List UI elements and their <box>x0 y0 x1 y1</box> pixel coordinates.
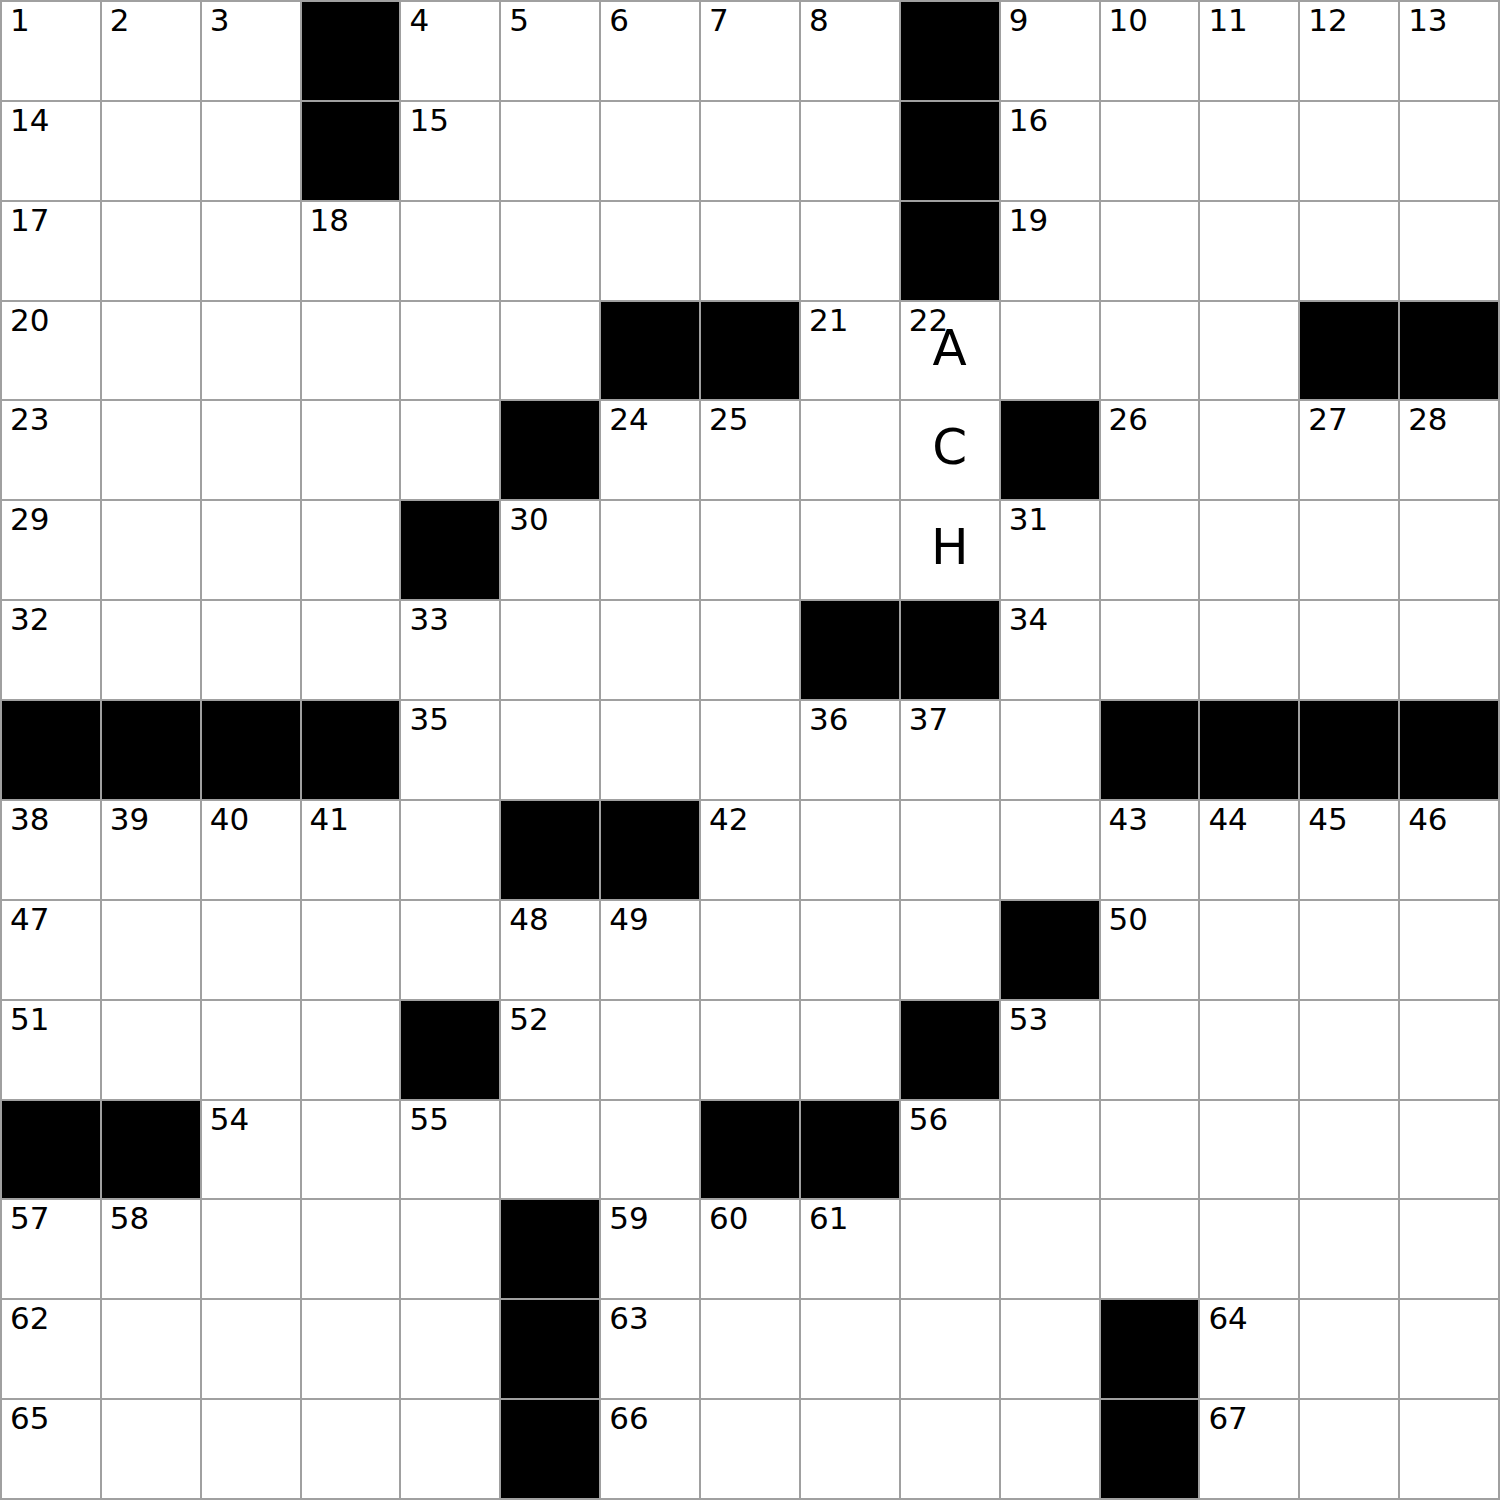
cell-r15c7[interactable]: 66 <box>601 1400 699 1498</box>
cell-r1c5[interactable]: 4 <box>401 2 499 100</box>
cell-r12c11[interactable] <box>1001 1101 1099 1199</box>
cell-r4c9[interactable]: 21 <box>801 302 899 400</box>
entered-letter: A <box>901 299 999 397</box>
cell-r9c11[interactable] <box>1001 801 1099 899</box>
clue-number: 59 <box>609 1201 648 1237</box>
cell-r9c10[interactable] <box>901 801 999 899</box>
clue-number: 51 <box>10 1002 49 1038</box>
clue-number: 13 <box>1408 3 1447 39</box>
cell-r6c2[interactable] <box>102 501 200 599</box>
cell-r15c8[interactable] <box>701 1400 799 1498</box>
cell-r11c8[interactable] <box>701 1001 799 1099</box>
cell-r12c5[interactable]: 55 <box>401 1101 499 1199</box>
clue-number: 45 <box>1308 802 1347 838</box>
cell-r2c15[interactable] <box>1400 102 1498 200</box>
cell-r13c12[interactable] <box>1101 1200 1199 1298</box>
clue-number: 49 <box>609 902 648 938</box>
block-cell-r8c13 <box>1200 701 1298 799</box>
clue-number: 27 <box>1308 402 1347 438</box>
clue-number: 19 <box>1009 203 1048 239</box>
cell-r13c1[interactable]: 57 <box>2 1200 100 1298</box>
cell-r7c3[interactable] <box>202 601 300 699</box>
cell-r5c3[interactable] <box>202 401 300 499</box>
cell-r14c2[interactable] <box>102 1300 200 1398</box>
cell-r6c4[interactable] <box>302 501 400 599</box>
cell-r2c6[interactable] <box>501 102 599 200</box>
cell-r8c7[interactable] <box>601 701 699 799</box>
cell-r1c7[interactable]: 6 <box>601 2 699 100</box>
cell-r12c4[interactable] <box>302 1101 400 1199</box>
cell-r5c15[interactable]: 28 <box>1400 401 1498 499</box>
cell-r5c12[interactable]: 26 <box>1101 401 1199 499</box>
cell-r6c11[interactable]: 31 <box>1001 501 1099 599</box>
cell-r1c15[interactable]: 13 <box>1400 2 1498 100</box>
cell-r13c11[interactable] <box>1001 1200 1099 1298</box>
clue-number: 23 <box>10 402 49 438</box>
block-cell-r5c6 <box>501 401 599 499</box>
clue-number: 3 <box>210 3 230 39</box>
clue-number: 14 <box>10 103 49 139</box>
cell-r15c15[interactable] <box>1400 1400 1498 1498</box>
clue-number: 61 <box>809 1201 848 1237</box>
block-cell-r15c12 <box>1101 1400 1199 1498</box>
cell-r14c11[interactable] <box>1001 1300 1099 1398</box>
cell-r4c11[interactable] <box>1001 302 1099 400</box>
cell-r10c14[interactable] <box>1300 901 1398 999</box>
block-cell-r6c5 <box>401 501 499 599</box>
cell-r4c1[interactable]: 20 <box>2 302 100 400</box>
clue-number: 66 <box>609 1401 648 1437</box>
cell-r13c8[interactable]: 60 <box>701 1200 799 1298</box>
block-cell-r4c8 <box>701 302 799 400</box>
cell-r6c6[interactable]: 30 <box>501 501 599 599</box>
clue-number: 42 <box>709 802 748 838</box>
cell-r3c7[interactable] <box>601 202 699 300</box>
block-cell-r4c14 <box>1300 302 1398 400</box>
cell-r3c12[interactable] <box>1101 202 1199 300</box>
cell-r3c13[interactable] <box>1200 202 1298 300</box>
block-cell-r8c4 <box>302 701 400 799</box>
clue-number: 50 <box>1109 902 1148 938</box>
cell-r12c3[interactable]: 54 <box>202 1101 300 1199</box>
cell-r14c9[interactable] <box>801 1300 899 1398</box>
clue-number: 65 <box>10 1401 49 1437</box>
block-cell-r4c15 <box>1400 302 1498 400</box>
cell-r10c15[interactable] <box>1400 901 1498 999</box>
cell-r3c3[interactable] <box>202 202 300 300</box>
clue-number: 16 <box>1009 103 1048 139</box>
cell-r11c9[interactable] <box>801 1001 899 1099</box>
cell-r12c13[interactable] <box>1200 1101 1298 1199</box>
cell-r4c5[interactable] <box>401 302 499 400</box>
cell-r10c5[interactable] <box>401 901 499 999</box>
cell-r3c9[interactable] <box>801 202 899 300</box>
clue-number: 34 <box>1009 602 1048 638</box>
crossword-grid: 12345678910111213141516171819202122A2324… <box>0 0 1500 1500</box>
clue-number: 25 <box>709 402 748 438</box>
block-cell-r8c12 <box>1101 701 1199 799</box>
block-cell-r12c1 <box>2 1101 100 1199</box>
cell-r11c1[interactable]: 51 <box>2 1001 100 1099</box>
cell-r9c9[interactable] <box>801 801 899 899</box>
clue-number: 35 <box>409 702 448 738</box>
block-cell-r11c10 <box>901 1001 999 1099</box>
cell-r7c15[interactable] <box>1400 601 1498 699</box>
block-cell-r8c2 <box>102 701 200 799</box>
clue-number: 48 <box>509 902 548 938</box>
cell-r11c7[interactable] <box>601 1001 699 1099</box>
clue-number: 56 <box>909 1102 948 1138</box>
cell-r2c1[interactable]: 14 <box>2 102 100 200</box>
cell-r3c14[interactable] <box>1300 202 1398 300</box>
cell-r3c1[interactable]: 17 <box>2 202 100 300</box>
block-cell-r1c4 <box>302 2 400 100</box>
cell-r2c3[interactable] <box>202 102 300 200</box>
cell-r6c12[interactable] <box>1101 501 1199 599</box>
cell-r14c4[interactable] <box>302 1300 400 1398</box>
cell-r1c12[interactable]: 10 <box>1101 2 1199 100</box>
cell-r12c10[interactable]: 56 <box>901 1101 999 1199</box>
entered-letter: H <box>901 498 999 596</box>
cell-r11c11[interactable]: 53 <box>1001 1001 1099 1099</box>
cell-r1c2[interactable]: 2 <box>102 2 200 100</box>
cell-r7c8[interactable] <box>701 601 799 699</box>
cell-r1c1[interactable]: 1 <box>2 2 100 100</box>
cell-r8c9[interactable]: 36 <box>801 701 899 799</box>
cell-r7c1[interactable]: 32 <box>2 601 100 699</box>
cell-r8c6[interactable] <box>501 701 599 799</box>
cell-r4c10[interactable]: 22A <box>901 302 999 400</box>
cell-r9c3[interactable]: 40 <box>202 801 300 899</box>
clue-number: 67 <box>1208 1401 1247 1437</box>
cell-r6c1[interactable]: 29 <box>2 501 100 599</box>
cell-r9c14[interactable]: 45 <box>1300 801 1398 899</box>
clue-number: 54 <box>210 1102 249 1138</box>
cell-r1c3[interactable]: 3 <box>202 2 300 100</box>
cell-r13c10[interactable] <box>901 1200 999 1298</box>
cell-r13c14[interactable] <box>1300 1200 1398 1298</box>
cell-r5c4[interactable] <box>302 401 400 499</box>
cell-r13c13[interactable] <box>1200 1200 1298 1298</box>
clue-number: 32 <box>10 602 49 638</box>
cell-r13c15[interactable] <box>1400 1200 1498 1298</box>
clue-number: 64 <box>1208 1301 1247 1337</box>
clue-number: 10 <box>1109 3 1148 39</box>
cell-r7c7[interactable] <box>601 601 699 699</box>
clue-number: 31 <box>1009 502 1048 538</box>
cell-r13c9[interactable]: 61 <box>801 1200 899 1298</box>
cell-r1c14[interactable]: 12 <box>1300 2 1398 100</box>
clue-number: 28 <box>1408 402 1447 438</box>
cell-r10c10[interactable] <box>901 901 999 999</box>
clue-number: 60 <box>709 1201 748 1237</box>
cell-r1c8[interactable]: 7 <box>701 2 799 100</box>
cell-r13c5[interactable] <box>401 1200 499 1298</box>
cell-r5c10[interactable]: C <box>901 401 999 499</box>
cell-r15c13[interactable]: 67 <box>1200 1400 1298 1498</box>
cell-r10c13[interactable] <box>1200 901 1298 999</box>
cell-r5c8[interactable]: 25 <box>701 401 799 499</box>
cell-r4c3[interactable] <box>202 302 300 400</box>
cell-r5c14[interactable]: 27 <box>1300 401 1398 499</box>
clue-number: 11 <box>1208 3 1247 39</box>
cell-r9c1[interactable]: 38 <box>2 801 100 899</box>
cell-r8c8[interactable] <box>701 701 799 799</box>
clue-number: 29 <box>10 502 49 538</box>
block-cell-r7c10 <box>901 601 999 699</box>
block-cell-r4c7 <box>601 302 699 400</box>
cell-r6c3[interactable] <box>202 501 300 599</box>
clue-number: 20 <box>10 303 49 339</box>
cell-r5c2[interactable] <box>102 401 200 499</box>
cell-r11c4[interactable] <box>302 1001 400 1099</box>
cell-r4c6[interactable] <box>501 302 599 400</box>
cell-r14c3[interactable] <box>202 1300 300 1398</box>
clue-number: 15 <box>409 103 448 139</box>
block-cell-r11c5 <box>401 1001 499 1099</box>
block-cell-r13c6 <box>501 1200 599 1298</box>
cell-r1c6[interactable]: 5 <box>501 2 599 100</box>
cell-r10c12[interactable]: 50 <box>1101 901 1199 999</box>
cell-r14c14[interactable] <box>1300 1300 1398 1398</box>
cell-r7c12[interactable] <box>1101 601 1199 699</box>
cell-r5c13[interactable] <box>1200 401 1298 499</box>
cell-r3c6[interactable] <box>501 202 599 300</box>
cell-r15c2[interactable] <box>102 1400 200 1498</box>
cell-r14c10[interactable] <box>901 1300 999 1398</box>
cell-r7c2[interactable] <box>102 601 200 699</box>
cell-r1c11[interactable]: 9 <box>1001 2 1099 100</box>
cell-r2c12[interactable] <box>1101 102 1199 200</box>
clue-number: 55 <box>409 1102 448 1138</box>
clue-number: 21 <box>809 303 848 339</box>
cell-r11c6[interactable]: 52 <box>501 1001 599 1099</box>
clue-number: 46 <box>1408 802 1447 838</box>
cell-r10c6[interactable]: 48 <box>501 901 599 999</box>
clue-number: 58 <box>110 1201 149 1237</box>
cell-r15c3[interactable] <box>202 1400 300 1498</box>
cell-r8c10[interactable]: 37 <box>901 701 999 799</box>
block-cell-r12c2 <box>102 1101 200 1199</box>
cell-r8c5[interactable]: 35 <box>401 701 499 799</box>
cell-r13c3[interactable] <box>202 1200 300 1298</box>
cell-r3c2[interactable] <box>102 202 200 300</box>
clue-number: 53 <box>1009 1002 1048 1038</box>
cell-r6c10[interactable]: H <box>901 501 999 599</box>
cell-r15c14[interactable] <box>1300 1400 1398 1498</box>
cell-r7c6[interactable] <box>501 601 599 699</box>
cell-r10c4[interactable] <box>302 901 400 999</box>
clue-number: 17 <box>10 203 49 239</box>
cell-r15c5[interactable] <box>401 1400 499 1498</box>
clue-number: 2 <box>110 3 130 39</box>
clue-number: 63 <box>609 1301 648 1337</box>
clue-number: 5 <box>509 3 529 39</box>
cell-r15c9[interactable] <box>801 1400 899 1498</box>
block-cell-r2c10 <box>901 102 999 200</box>
cell-r11c12[interactable] <box>1101 1001 1199 1099</box>
cell-r13c2[interactable]: 58 <box>102 1200 200 1298</box>
clue-number: 47 <box>10 902 49 938</box>
cell-r1c13[interactable]: 11 <box>1200 2 1298 100</box>
cell-r9c5[interactable] <box>401 801 499 899</box>
clue-number: 12 <box>1308 3 1347 39</box>
cell-r11c15[interactable] <box>1400 1001 1498 1099</box>
clue-number: 7 <box>709 3 729 39</box>
clue-number: 33 <box>409 602 448 638</box>
clue-number: 43 <box>1109 802 1148 838</box>
clue-number: 36 <box>809 702 848 738</box>
cell-r15c10[interactable] <box>901 1400 999 1498</box>
cell-r10c1[interactable]: 47 <box>2 901 100 999</box>
cell-r2c8[interactable] <box>701 102 799 200</box>
cell-r7c5[interactable]: 33 <box>401 601 499 699</box>
cell-r12c15[interactable] <box>1400 1101 1498 1199</box>
cell-r10c8[interactable] <box>701 901 799 999</box>
cell-r2c14[interactable] <box>1300 102 1398 200</box>
block-cell-r12c8 <box>701 1101 799 1199</box>
block-cell-r9c7 <box>601 801 699 899</box>
clue-number: 40 <box>210 802 249 838</box>
cell-r13c7[interactable]: 59 <box>601 1200 699 1298</box>
cell-r6c13[interactable] <box>1200 501 1298 599</box>
block-cell-r1c10 <box>901 2 999 100</box>
cell-r3c15[interactable] <box>1400 202 1498 300</box>
block-cell-r8c1 <box>2 701 100 799</box>
cell-r2c7[interactable] <box>601 102 699 200</box>
clue-number: 41 <box>310 802 349 838</box>
cell-r3c11[interactable]: 19 <box>1001 202 1099 300</box>
cell-r5c5[interactable] <box>401 401 499 499</box>
cell-r5c9[interactable] <box>801 401 899 499</box>
clue-number: 26 <box>1109 402 1148 438</box>
cell-r1c9[interactable]: 8 <box>801 2 899 100</box>
cell-r6c7[interactable] <box>601 501 699 599</box>
cell-r2c11[interactable]: 16 <box>1001 102 1099 200</box>
block-cell-r14c6 <box>501 1300 599 1398</box>
cell-r6c9[interactable] <box>801 501 899 599</box>
block-cell-r3c10 <box>901 202 999 300</box>
cell-r12c14[interactable] <box>1300 1101 1398 1199</box>
cell-r6c15[interactable] <box>1400 501 1498 599</box>
cell-r12c7[interactable] <box>601 1101 699 1199</box>
cell-r2c13[interactable] <box>1200 102 1298 200</box>
cell-r8c11[interactable] <box>1001 701 1099 799</box>
clue-number: 62 <box>10 1301 49 1337</box>
block-cell-r15c6 <box>501 1400 599 1498</box>
cell-r2c5[interactable]: 15 <box>401 102 499 200</box>
cell-r14c8[interactable] <box>701 1300 799 1398</box>
cell-r5c7[interactable]: 24 <box>601 401 699 499</box>
block-cell-r10c11 <box>1001 901 1099 999</box>
cell-r7c14[interactable] <box>1300 601 1398 699</box>
cell-r9c12[interactable]: 43 <box>1101 801 1199 899</box>
cell-r2c2[interactable] <box>102 102 200 200</box>
cell-r9c13[interactable]: 44 <box>1200 801 1298 899</box>
cell-r3c8[interactable] <box>701 202 799 300</box>
cell-r9c8[interactable]: 42 <box>701 801 799 899</box>
cell-r2c9[interactable] <box>801 102 899 200</box>
cell-r11c3[interactable] <box>202 1001 300 1099</box>
clue-number: 8 <box>809 3 829 39</box>
cell-r14c5[interactable] <box>401 1300 499 1398</box>
cell-r15c1[interactable]: 65 <box>2 1400 100 1498</box>
block-cell-r14c12 <box>1101 1300 1199 1398</box>
cell-r9c2[interactable]: 39 <box>102 801 200 899</box>
cell-r9c15[interactable]: 46 <box>1400 801 1498 899</box>
clue-number: 9 <box>1009 3 1029 39</box>
block-cell-r2c4 <box>302 102 400 200</box>
block-cell-r8c15 <box>1400 701 1498 799</box>
cell-r15c4[interactable] <box>302 1400 400 1498</box>
cell-r6c14[interactable] <box>1300 501 1398 599</box>
cell-r4c12[interactable] <box>1101 302 1199 400</box>
cell-r12c12[interactable] <box>1101 1101 1199 1199</box>
entered-letter: C <box>901 398 999 496</box>
cell-r14c1[interactable]: 62 <box>2 1300 100 1398</box>
cell-r11c13[interactable] <box>1200 1001 1298 1099</box>
clue-number: 39 <box>110 802 149 838</box>
clue-number: 24 <box>609 402 648 438</box>
clue-number: 18 <box>310 203 349 239</box>
cell-r7c13[interactable] <box>1200 601 1298 699</box>
cell-r6c8[interactable] <box>701 501 799 599</box>
clue-number: 57 <box>10 1201 49 1237</box>
cell-r4c13[interactable] <box>1200 302 1298 400</box>
cell-r5c1[interactable]: 23 <box>2 401 100 499</box>
cell-r13c4[interactable] <box>302 1200 400 1298</box>
cell-r7c4[interactable] <box>302 601 400 699</box>
clue-number: 1 <box>10 3 30 39</box>
cell-r15c11[interactable] <box>1001 1400 1099 1498</box>
clue-number: 6 <box>609 3 629 39</box>
block-cell-r12c9 <box>801 1101 899 1199</box>
cell-r7c11[interactable]: 34 <box>1001 601 1099 699</box>
cell-r10c7[interactable]: 49 <box>601 901 699 999</box>
block-cell-r9c6 <box>501 801 599 899</box>
cell-r14c7[interactable]: 63 <box>601 1300 699 1398</box>
cell-r11c14[interactable] <box>1300 1001 1398 1099</box>
clue-number: 37 <box>909 702 948 738</box>
clue-number: 52 <box>509 1002 548 1038</box>
clue-number: 30 <box>509 502 548 538</box>
cell-r4c4[interactable] <box>302 302 400 400</box>
block-cell-r5c11 <box>1001 401 1099 499</box>
clue-number: 4 <box>409 3 429 39</box>
cell-r11c2[interactable] <box>102 1001 200 1099</box>
cell-r14c15[interactable] <box>1400 1300 1498 1398</box>
cell-r10c9[interactable] <box>801 901 899 999</box>
cell-r3c5[interactable] <box>401 202 499 300</box>
cell-r9c4[interactable]: 41 <box>302 801 400 899</box>
block-cell-r7c9 <box>801 601 899 699</box>
cell-r4c2[interactable] <box>102 302 200 400</box>
clue-number: 44 <box>1208 802 1247 838</box>
clue-number: 38 <box>10 802 49 838</box>
cell-r12c6[interactable] <box>501 1101 599 1199</box>
block-cell-r8c3 <box>202 701 300 799</box>
cell-r10c2[interactable] <box>102 901 200 999</box>
cell-r14c13[interactable]: 64 <box>1200 1300 1298 1398</box>
block-cell-r8c14 <box>1300 701 1398 799</box>
cell-r10c3[interactable] <box>202 901 300 999</box>
cell-r3c4[interactable]: 18 <box>302 202 400 300</box>
